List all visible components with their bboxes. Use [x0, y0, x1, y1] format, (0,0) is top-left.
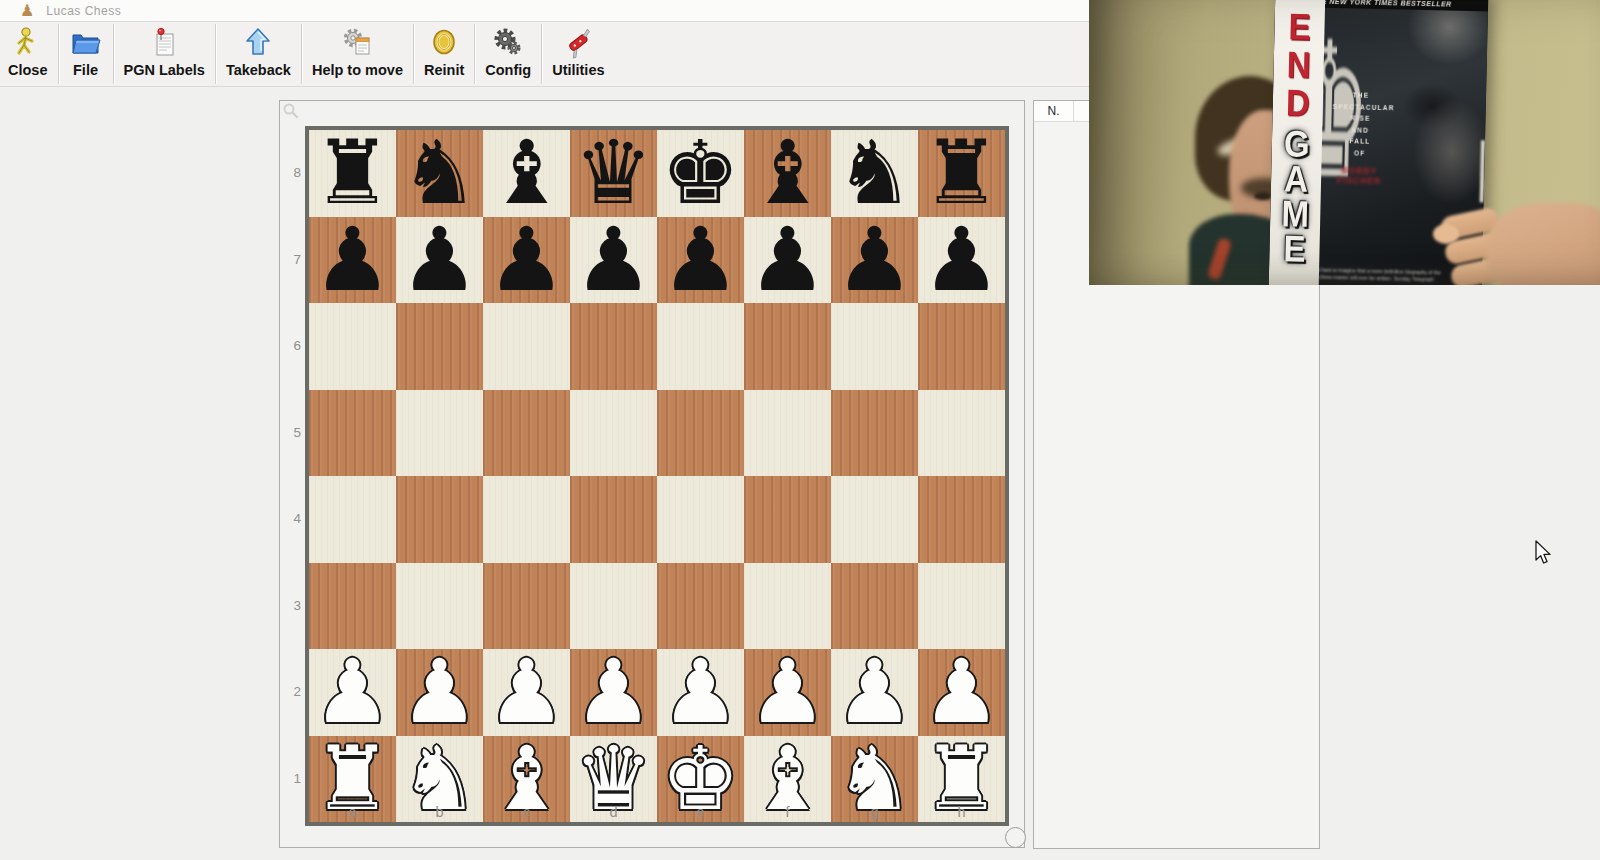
book-subtitle-line: FALL [1332, 135, 1388, 148]
pgn-labels-pin-icon [147, 25, 181, 61]
help-to-move-button[interactable]: Help to move [304, 22, 411, 86]
person-collar [1207, 237, 1232, 281]
utilities-button[interactable]: Utilities [544, 22, 612, 86]
book-letter-E: E [1274, 5, 1325, 49]
black-pawn-f7: ♟ [748, 218, 827, 302]
black-pawn-g7: ♟ [835, 218, 914, 302]
takeback-button[interactable]: Takeback [218, 22, 299, 86]
toolbar-separator [113, 24, 114, 84]
square-b5[interactable] [396, 390, 483, 477]
toolbar-separator [474, 24, 475, 84]
square-a2[interactable]: ♟ [309, 649, 396, 736]
moves-column-n: N. [1034, 101, 1074, 121]
square-c7[interactable]: ♟ [483, 217, 570, 304]
book-letter-G: G [1271, 123, 1322, 163]
hand-finger [1443, 231, 1505, 266]
black-pawn-h7: ♟ [922, 218, 1001, 302]
black-pawn-a7: ♟ [313, 218, 392, 302]
file-folder-icon [69, 25, 103, 61]
close-walker-icon [11, 25, 45, 61]
black-rook-a8: ♜ [313, 131, 392, 215]
file-button[interactable]: File [61, 22, 111, 86]
square-h2[interactable]: ♟ [918, 649, 1005, 736]
square-f8[interactable]: ♝ [744, 130, 831, 217]
square-d6[interactable] [570, 303, 657, 390]
white-pawn-a2: ♟ [313, 650, 392, 734]
pawn-icon: ♟ [20, 3, 34, 19]
square-f4[interactable] [744, 476, 831, 563]
square-d8[interactable]: ♛ [570, 130, 657, 217]
file-label-e: e [657, 804, 744, 820]
person-eyebrow [1241, 178, 1285, 198]
square-g8[interactable]: ♞ [831, 130, 918, 217]
square-h5[interactable] [918, 390, 1005, 477]
square-f6[interactable] [744, 303, 831, 390]
file-button-label: File [73, 62, 98, 78]
white-pawn-h2: ♟ [922, 650, 1001, 734]
file-label-c: c [483, 804, 570, 820]
hand-palm [1487, 203, 1600, 285]
square-b7[interactable]: ♟ [396, 217, 483, 304]
rank-label-5: 5 [283, 390, 301, 477]
square-c6[interactable] [483, 303, 570, 390]
takeback-button-label: Takeback [226, 62, 291, 78]
reinit-button-label: Reinit [424, 62, 464, 78]
book-letter-N: N [1273, 43, 1324, 87]
book-page-edges [1480, 140, 1485, 202]
square-e8[interactable]: ♚ [657, 130, 744, 217]
square-e4[interactable] [657, 476, 744, 563]
file-label-f: f [744, 804, 831, 820]
book-title-end: END [1272, 8, 1325, 123]
file-label-g: g [831, 804, 918, 820]
square-a3[interactable] [309, 563, 396, 650]
square-h6[interactable] [918, 303, 1005, 390]
square-e6[interactable] [657, 303, 744, 390]
white-pawn-g2: ♟ [835, 650, 914, 734]
book-cover: THE NEW YORK TIMES BESTSELLER ♚ THESPECT… [1269, 0, 1489, 285]
square-h7[interactable]: ♟ [918, 217, 1005, 304]
square-c8[interactable]: ♝ [483, 130, 570, 217]
square-d2[interactable]: ♟ [570, 649, 657, 736]
square-h4[interactable] [918, 476, 1005, 563]
book-subtitle-line: THE [1333, 89, 1389, 102]
book-subject-name: BOBBY FISCHER [1327, 165, 1391, 186]
close-button-label: Close [8, 62, 48, 78]
black-knight-b8: ♞ [400, 131, 479, 215]
help-to-move-gear-icon [340, 25, 374, 61]
white-pawn-f2: ♟ [748, 650, 827, 734]
square-a5[interactable] [309, 390, 396, 477]
chess-king-artwork: ♚ [1285, 16, 1373, 205]
book-letter-E: E [1269, 228, 1320, 268]
black-pawn-e7: ♟ [661, 218, 740, 302]
book-subtitle-line: SPECTACULAR [1333, 100, 1389, 113]
file-label-a: a [309, 804, 396, 820]
square-g4[interactable] [831, 476, 918, 563]
square-f3[interactable] [744, 563, 831, 650]
square-f7[interactable]: ♟ [744, 217, 831, 304]
square-b3[interactable] [396, 563, 483, 650]
close-button[interactable]: Close [0, 22, 56, 86]
square-a7[interactable]: ♟ [309, 217, 396, 304]
book-title-strip: END GAME [1269, 0, 1326, 285]
rank-label-8: 8 [283, 130, 301, 217]
square-e2[interactable]: ♟ [657, 649, 744, 736]
square-f2[interactable]: ♟ [744, 649, 831, 736]
white-pawn-d2: ♟ [574, 650, 653, 734]
square-c2[interactable]: ♟ [483, 649, 570, 736]
file-label-h: h [918, 804, 1005, 820]
square-a4[interactable] [309, 476, 396, 563]
help-to-move-button-label: Help to move [312, 62, 403, 78]
square-e3[interactable] [657, 563, 744, 650]
mouse-cursor [1534, 540, 1556, 570]
book-quote-line1: It is hard to imagine that a more defini… [1312, 267, 1441, 276]
square-a8[interactable]: ♜ [309, 130, 396, 217]
square-g3[interactable] [831, 563, 918, 650]
square-c5[interactable] [483, 390, 570, 477]
square-h3[interactable] [918, 563, 1005, 650]
book-subtitle: THESPECTACULARRISEANDFALLOF [1332, 89, 1390, 159]
person-hair-highlight [1216, 135, 1253, 159]
toolbar-separator [58, 24, 59, 84]
square-g5[interactable] [831, 390, 918, 477]
book-subtitle-line: OF [1332, 146, 1388, 159]
book-letter-M: M [1270, 193, 1321, 233]
file-label-b: b [396, 804, 483, 820]
square-b4[interactable] [396, 476, 483, 563]
black-knight-g8: ♞ [835, 131, 914, 215]
takeback-arrow-icon [241, 25, 275, 61]
square-g2[interactable]: ♟ [831, 649, 918, 736]
rank-label-7: 7 [283, 217, 301, 304]
square-f5[interactable] [744, 390, 831, 477]
square-a6[interactable] [309, 303, 396, 390]
book-quote-line2: chess master will ever be written. Sunda… [1319, 274, 1434, 283]
utilities-knife-icon [561, 25, 595, 61]
config-button-label: Config [485, 62, 531, 78]
square-d4[interactable] [570, 476, 657, 563]
book-title-game: GAME [1269, 126, 1322, 267]
hand-fingertip [1433, 224, 1459, 244]
white-pawn-b2: ♟ [400, 650, 479, 734]
book-subtitle-line: AND [1332, 123, 1388, 136]
toolbar-separator [215, 24, 216, 84]
square-b2[interactable]: ♟ [396, 649, 483, 736]
hand-finger [1449, 255, 1511, 285]
book-letter-D: D [1272, 81, 1323, 125]
square-d7[interactable]: ♟ [570, 217, 657, 304]
pgn-labels-button-label: PGN Labels [124, 62, 205, 78]
black-pawn-d7: ♟ [574, 218, 653, 302]
board-panel: 87654321 ♜♞♝♛♚♝♞♜♟♟♟♟♟♟♟♟♟♟♟♟♟♟♟♟♜♞♝♛♚♝♞… [279, 100, 1025, 848]
rank-label-3: 3 [283, 563, 301, 650]
square-c3[interactable] [483, 563, 570, 650]
black-queen-d8: ♛ [574, 131, 653, 215]
toolbar-separator [301, 24, 302, 84]
rank-label-2: 2 [283, 649, 301, 736]
book-letter-A: A [1271, 158, 1322, 198]
magnifier-icon [282, 102, 300, 124]
chess-board: ♜♞♝♛♚♝♞♜♟♟♟♟♟♟♟♟♟♟♟♟♟♟♟♟♜♞♝♛♚♝♞♜ [309, 130, 1005, 822]
rank-label-4: 4 [283, 476, 301, 563]
config-button[interactable]: Config [477, 22, 539, 86]
person-eye [1254, 192, 1272, 200]
square-d3[interactable] [570, 563, 657, 650]
square-b6[interactable] [396, 303, 483, 390]
board-frame: ♜♞♝♛♚♝♞♜♟♟♟♟♟♟♟♟♟♟♟♟♟♟♟♟♜♞♝♛♚♝♞♜ [305, 126, 1009, 826]
toolbar-separator [413, 24, 414, 84]
reinit-coin-icon [427, 25, 461, 61]
square-c4[interactable] [483, 476, 570, 563]
square-e7[interactable]: ♟ [657, 217, 744, 304]
rank-label-1: 1 [283, 736, 301, 823]
square-b8[interactable]: ♞ [396, 130, 483, 217]
rank-label-6: 6 [283, 303, 301, 390]
square-g6[interactable] [831, 303, 918, 390]
config-gears-icon [491, 25, 525, 61]
reinit-button[interactable]: Reinit [416, 22, 472, 86]
hand-finger [1439, 206, 1501, 241]
book-banner-text: THE NEW YORK TIMES BESTSELLER [1275, 0, 1488, 11]
toolbar-separator [541, 24, 542, 84]
webcam-overlay: THE NEW YORK TIMES BESTSELLER ♚ THESPECT… [1089, 0, 1600, 285]
black-rook-h8: ♜ [922, 131, 1001, 215]
book-quote: It is hard to imagine that a more defini… [1275, 266, 1478, 285]
file-label-d: d [570, 804, 657, 820]
utilities-button-label: Utilities [552, 62, 604, 78]
square-g7[interactable]: ♟ [831, 217, 918, 304]
black-pawn-c7: ♟ [487, 218, 566, 302]
person-face [1229, 110, 1303, 245]
white-pawn-e2: ♟ [661, 650, 740, 734]
turn-indicator [1005, 827, 1026, 848]
book-subtitle-line: RISE [1332, 112, 1388, 125]
square-h8[interactable]: ♜ [918, 130, 1005, 217]
square-e5[interactable] [657, 390, 744, 477]
pgn-labels-button[interactable]: PGN Labels [116, 22, 213, 86]
book-cover-photo [1319, 0, 1489, 285]
square-d5[interactable] [570, 390, 657, 477]
black-pawn-b7: ♟ [400, 218, 479, 302]
window-title: Lucas Chess [46, 4, 121, 18]
black-bishop-f8: ♝ [748, 131, 827, 215]
black-bishop-c8: ♝ [487, 131, 566, 215]
black-king-e8: ♚ [661, 131, 740, 215]
person-hair [1195, 76, 1305, 201]
person-shoulder [1189, 214, 1304, 285]
white-pawn-c2: ♟ [487, 650, 566, 734]
